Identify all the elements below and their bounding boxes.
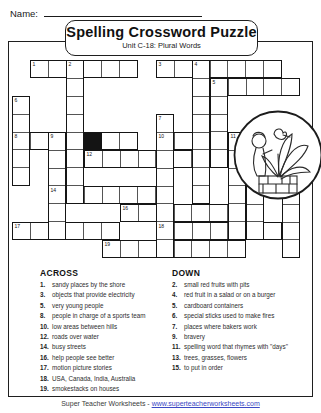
- clue-num: 10.: [40, 323, 52, 330]
- footer-url[interactable]: www.superteacherworksheets.com: [152, 400, 260, 407]
- clue-text: small red fruits with pits: [184, 281, 249, 288]
- answer-cell[interactable]: [84, 187, 102, 203]
- answer-cell[interactable]: [157, 239, 173, 257]
- answer-cell[interactable]: [209, 205, 227, 221]
- answer-cell[interactable]: [67, 185, 83, 203]
- answer-cell[interactable]: [283, 222, 299, 240]
- clue-number-8: 8: [13, 133, 17, 139]
- answer-cell[interactable]: [174, 241, 192, 257]
- answer-cell[interactable]: [65, 223, 83, 239]
- answer-cell[interactable]: [191, 241, 209, 257]
- clue-text: red fruit in a salad or on a burger: [184, 291, 275, 298]
- clue-text: motion picture stories: [52, 364, 112, 371]
- clue-item: 5.very young people: [40, 302, 168, 312]
- title-box: Spelling Crossword Puzzle Unit C-18: Plu…: [65, 20, 258, 56]
- clue-num: 18.: [40, 375, 52, 382]
- clue-number-9: 9: [49, 133, 53, 139]
- answer-cell[interactable]: [174, 223, 192, 239]
- clue-item: 19.smokestacks on houses: [40, 385, 168, 395]
- clue-num: 5.: [172, 302, 184, 309]
- down-clues-section: DOWN 2.small red fruits with pits4.red f…: [172, 268, 310, 375]
- word-1-across: [30, 60, 138, 78]
- clue-number-3: 3: [157, 61, 161, 67]
- clue-num: 16.: [40, 354, 52, 361]
- answer-cell[interactable]: [137, 187, 155, 203]
- answer-cell[interactable]: [227, 61, 245, 77]
- answer-cell[interactable]: [157, 203, 173, 221]
- plant-illustration: [232, 106, 321, 204]
- answer-cell[interactable]: [138, 151, 156, 167]
- worksheet-subtitle: Unit C-18: Plural Words: [66, 41, 257, 50]
- answer-cell[interactable]: [263, 61, 281, 77]
- answer-cell[interactable]: [101, 133, 119, 149]
- clue-item: 9.bravery: [172, 333, 310, 343]
- word-6-down: [12, 96, 30, 186]
- clue-text: special sticks used to make fires: [184, 312, 274, 319]
- answer-cell[interactable]: [48, 61, 66, 77]
- clue-text: sandy places by the shore: [52, 281, 125, 288]
- clue-item: 4.red fruit in a salad or on a burger: [172, 291, 310, 301]
- answer-cell[interactable]: [67, 149, 83, 167]
- answer-cell[interactable]: [101, 61, 119, 77]
- clue-text: USA, Canada, India, Australia: [52, 375, 135, 382]
- answer-cell[interactable]: [247, 204, 263, 222]
- answer-cell[interactable]: [246, 79, 264, 95]
- answer-cell[interactable]: [192, 223, 210, 239]
- clue-num: 9.: [172, 333, 184, 340]
- answer-cell[interactable]: [211, 131, 227, 149]
- clue-text: spelling word that rhymes with "days": [184, 343, 288, 350]
- clue-item: 12.roads over water: [40, 333, 168, 343]
- clue-text: help people see better: [52, 354, 114, 361]
- clue-num: 3.: [40, 291, 52, 298]
- word-19-across: [102, 240, 246, 258]
- clue-item: 1.sandy places by the shore: [40, 281, 168, 291]
- answer-cell[interactable]: [228, 79, 246, 95]
- answer-cell[interactable]: [211, 149, 227, 167]
- answer-cell[interactable]: [245, 61, 263, 77]
- answer-cell[interactable]: [49, 203, 65, 221]
- answer-cell[interactable]: [191, 205, 209, 221]
- clue-item: 8.people in charge of a sports team: [40, 312, 168, 322]
- clue-text: trees, grasses, flowers: [184, 354, 247, 361]
- word-17-across: [12, 222, 120, 240]
- answer-cell[interactable]: [102, 151, 120, 167]
- answer-cell[interactable]: [30, 133, 48, 149]
- clue-text: places where bakers work: [184, 323, 257, 330]
- clue-text: bravery: [184, 333, 205, 340]
- clue-num: 14.: [40, 343, 52, 350]
- answer-cell[interactable]: [157, 186, 173, 204]
- clue-num: 13.: [172, 354, 184, 361]
- name-row: Name:: [10, 6, 202, 19]
- clue-text: low areas between hills: [52, 323, 117, 330]
- answer-cell[interactable]: [138, 241, 156, 257]
- answer-cell[interactable]: [49, 168, 65, 186]
- answer-cell[interactable]: [30, 223, 48, 239]
- answer-cell[interactable]: [263, 79, 281, 95]
- footer-brand: Super Teacher Worksheets: [61, 400, 145, 407]
- clue-item: 5.cardboard containers: [172, 302, 310, 312]
- clue-number-6: 6: [13, 97, 17, 103]
- answer-cell[interactable]: [211, 114, 227, 132]
- clue-num: 1.: [40, 281, 52, 288]
- word-9-down: [48, 132, 66, 240]
- answer-cell[interactable]: [67, 132, 83, 150]
- clue-num: 15.: [172, 364, 184, 371]
- answer-cell[interactable]: [283, 204, 299, 222]
- clue-item: 14.busy streets: [40, 343, 168, 353]
- answer-cell[interactable]: [281, 79, 299, 95]
- clue-text: people in charge of a sports team: [52, 312, 145, 319]
- worksheet-page: Name: Spelling Crossword Puzzle Unit C-1…: [0, 0, 321, 413]
- clue-item: 16.help people see better: [40, 354, 168, 364]
- clue-num: 5.: [40, 302, 52, 309]
- across-clue-list: 1.sandy places by the shore3.objects tha…: [40, 281, 168, 395]
- clue-num: 6.: [172, 312, 184, 319]
- answer-cell[interactable]: [13, 149, 29, 167]
- answer-cell[interactable]: [193, 132, 209, 150]
- clue-number-19: 19: [103, 241, 110, 247]
- answer-cell[interactable]: [193, 78, 209, 96]
- answer-cell[interactable]: [102, 187, 120, 203]
- answer-cell[interactable]: [174, 61, 192, 77]
- answer-cell[interactable]: [67, 78, 83, 96]
- clue-item: 17.motion picture stories: [40, 364, 168, 374]
- across-clues-section: ACROSS 1.sandy places by the shore3.obje…: [40, 268, 168, 395]
- across-header: ACROSS: [40, 268, 168, 278]
- clue-item: 13.trees, grasses, flowers: [172, 354, 310, 364]
- answer-cell[interactable]: [193, 167, 209, 185]
- answer-cell[interactable]: [263, 223, 281, 239]
- word-3-across: [156, 60, 282, 78]
- clue-num: 8.: [40, 312, 52, 319]
- answer-cell[interactable]: [101, 223, 119, 239]
- clue-text: very young people: [52, 302, 103, 309]
- name-blank-line[interactable]: [44, 6, 202, 17]
- clue-item: 10.low areas between hills: [40, 323, 168, 333]
- clue-number-1: 1: [31, 61, 35, 67]
- clue-item: 3.objects that provide electricity: [40, 291, 168, 301]
- clue-num: 17.: [40, 364, 52, 371]
- answer-cell[interactable]: [227, 241, 245, 257]
- answer-cell[interactable]: [13, 114, 29, 132]
- answer-cell[interactable]: [49, 150, 65, 168]
- clue-number-18: 18: [157, 223, 164, 229]
- answer-cell[interactable]: [67, 96, 83, 114]
- answer-cell[interactable]: [83, 223, 101, 239]
- clue-text: cardboard containers: [184, 302, 243, 309]
- answer-cell[interactable]: [138, 205, 156, 221]
- answer-cell[interactable]: [119, 133, 137, 149]
- answer-cell[interactable]: [13, 167, 29, 185]
- word-2-down: [66, 60, 84, 204]
- answer-cell[interactable]: [210, 61, 228, 77]
- answer-cell[interactable]: [157, 168, 173, 186]
- answer-cell[interactable]: [229, 203, 245, 221]
- clue-text: roads over water: [52, 333, 99, 340]
- answer-cell[interactable]: [247, 221, 263, 239]
- answer-cell[interactable]: [174, 133, 192, 149]
- clue-text: busy streets: [52, 343, 86, 350]
- answer-cell[interactable]: [193, 149, 209, 167]
- answer-cell[interactable]: [119, 61, 137, 77]
- answer-cell[interactable]: [193, 114, 209, 132]
- answer-cell[interactable]: [173, 151, 191, 167]
- clue-num: 12.: [40, 333, 52, 340]
- clue-text: objects that provide electricity: [52, 291, 135, 298]
- answer-cell[interactable]: [193, 185, 209, 203]
- clue-item: 6.special sticks used to make fires: [172, 312, 310, 322]
- answer-cell[interactable]: [120, 151, 138, 167]
- clue-item: 2.small red fruits with pits: [172, 281, 310, 291]
- figure-head: [252, 134, 266, 148]
- answer-cell[interactable]: [174, 205, 192, 221]
- answer-cell[interactable]: [83, 61, 101, 77]
- clue-number-16: 16: [121, 205, 128, 211]
- name-label: Name:: [10, 8, 38, 19]
- answer-cell[interactable]: [119, 187, 137, 203]
- answer-cell[interactable]: [67, 114, 83, 132]
- clue-num: 2.: [172, 281, 184, 288]
- down-header: DOWN: [172, 268, 310, 278]
- clue-number-17: 17: [13, 223, 20, 229]
- clue-number-2: 2: [67, 61, 71, 67]
- word-4-down: [192, 60, 210, 204]
- clue-text: to put in order: [184, 364, 223, 371]
- clue-number-14: 14: [49, 187, 56, 193]
- clue-item: 18.USA, Canada, India, Australia: [40, 375, 168, 385]
- clue-num: 11.: [172, 343, 184, 350]
- answer-cell[interactable]: [211, 96, 227, 114]
- answer-cell[interactable]: [209, 241, 227, 257]
- answer-cell[interactable]: [283, 239, 299, 257]
- down-clue-list: 2.small red fruits with pits4.red fruit …: [172, 281, 310, 375]
- clue-text: smokestacks on houses: [52, 385, 119, 392]
- footer: Super Teacher Worksheets - www.superteac…: [0, 400, 321, 407]
- black-cell: [84, 132, 102, 150]
- clue-num: 19.: [40, 385, 52, 392]
- answer-cell[interactable]: [67, 167, 83, 185]
- answer-cell[interactable]: [120, 241, 138, 257]
- clue-item: 7.places where bakers work: [172, 323, 310, 333]
- answer-cell[interactable]: [49, 221, 65, 239]
- clue-number-7: 7: [157, 115, 161, 121]
- worksheet-title: Spelling Crossword Puzzle: [66, 24, 257, 40]
- clue-number-12: 12: [85, 151, 92, 157]
- word-5-down: [210, 78, 228, 168]
- answer-cell[interactable]: [229, 221, 245, 239]
- answer-cell[interactable]: [157, 150, 173, 168]
- clue-num: 7.: [172, 323, 184, 330]
- answer-cell[interactable]: [193, 96, 209, 114]
- clue-item: 11.spelling word that rhymes with "days": [172, 343, 310, 353]
- clue-number-4: 4: [193, 61, 197, 67]
- clue-item: 15.to put in order: [172, 364, 310, 374]
- clue-number-10: 10: [157, 133, 164, 139]
- clue-number-5: 5: [211, 79, 215, 85]
- answer-cell[interactable]: [210, 223, 228, 239]
- clue-num: 4.: [172, 291, 184, 298]
